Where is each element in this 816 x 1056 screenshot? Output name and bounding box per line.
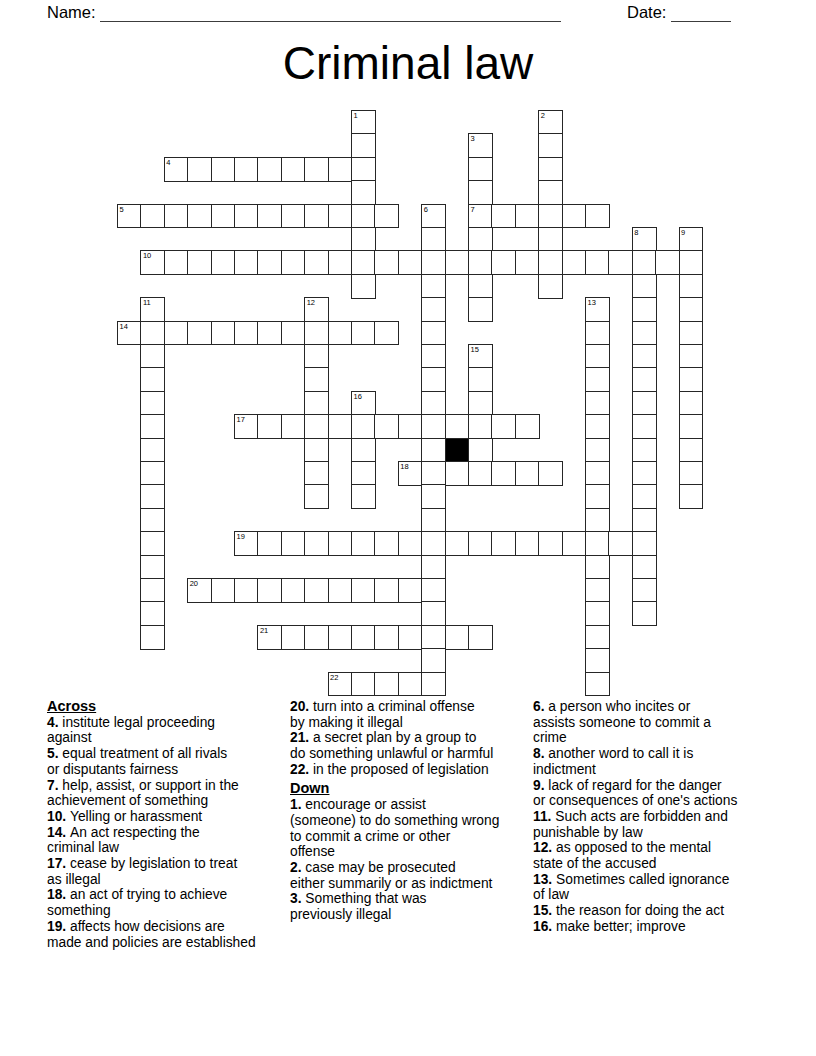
grid-cell[interactable] [632, 461, 657, 486]
grid-cell[interactable] [679, 391, 704, 416]
grid-cell[interactable] [632, 274, 657, 299]
grid-cell[interactable] [304, 438, 329, 463]
down-header: Down [290, 781, 530, 797]
grid-cell[interactable] [538, 180, 563, 205]
grid-cell[interactable] [351, 625, 376, 650]
grid-cell[interactable] [538, 204, 563, 229]
grid-cell[interactable] [304, 391, 329, 416]
grid-cell[interactable] [211, 204, 236, 229]
grid-cell[interactable] [257, 157, 282, 182]
grid-cell[interactable] [421, 297, 446, 322]
grid-cell[interactable] [351, 438, 376, 463]
grid-cell[interactable] [632, 484, 657, 509]
grid-cell[interactable] [585, 601, 610, 626]
grid-cell[interactable] [257, 531, 282, 556]
grid-cell[interactable] [328, 625, 353, 650]
grid-cell[interactable] [421, 578, 446, 603]
grid-cell[interactable] [421, 555, 446, 580]
grid-cell[interactable] [374, 672, 399, 697]
grid-cell[interactable] [679, 484, 704, 509]
grid-cell[interactable] [211, 157, 236, 182]
grid-cell[interactable]: 7 [468, 204, 493, 229]
clue-text: institute legal proceeding against [47, 715, 215, 746]
grid-cell[interactable] [421, 601, 446, 626]
grid-cell[interactable]: 3 [468, 133, 493, 158]
grid-cell[interactable] [538, 133, 563, 158]
cell-number-14: 14 [120, 322, 128, 331]
grid-cell[interactable] [281, 250, 306, 275]
grid-cell[interactable] [374, 204, 399, 229]
clue-number-label: 2. [290, 860, 305, 875]
grid-cell[interactable] [468, 157, 493, 182]
grid-cell[interactable] [140, 555, 165, 580]
grid-cell[interactable] [468, 297, 493, 322]
cell-number-21: 21 [260, 626, 268, 635]
grid-cell[interactable] [421, 321, 446, 346]
grid-cell[interactable] [679, 321, 704, 346]
grid-cell[interactable] [632, 391, 657, 416]
clue-text: in the proposed of legislation [313, 762, 489, 777]
cell-number-5: 5 [120, 205, 124, 214]
grid-cell[interactable]: 17 [234, 414, 259, 439]
grid-cell[interactable] [374, 625, 399, 650]
grid-cell[interactable] [398, 578, 423, 603]
clue-text: affects how decisions are made and polic… [47, 919, 256, 950]
grid-cell[interactable] [632, 250, 657, 275]
clue-column-2: 20. turn into a criminal offense by maki… [290, 699, 530, 923]
across-header: Across [47, 699, 285, 715]
cell-number-7: 7 [471, 205, 475, 214]
grid-cell[interactable] [164, 321, 189, 346]
grid-cell[interactable] [562, 250, 587, 275]
grid-cell[interactable] [515, 414, 540, 439]
grid-cell[interactable] [491, 461, 516, 486]
grid-cell[interactable] [585, 321, 610, 346]
grid-cell[interactable] [421, 250, 446, 275]
grid-cell[interactable] [140, 601, 165, 626]
clue-number-label: 8. [533, 746, 548, 761]
grid-cell[interactable] [351, 180, 376, 205]
grid-cell[interactable] [468, 625, 493, 650]
date-blank-line[interactable] [671, 3, 731, 22]
clue-number-label: 18. [47, 887, 70, 902]
grid-cell[interactable] [585, 648, 610, 673]
grid-cell[interactable] [515, 531, 540, 556]
grid-cell[interactable] [234, 157, 259, 182]
grid-cell[interactable] [468, 461, 493, 486]
grid-cell[interactable]: 13 [585, 297, 610, 322]
cell-number-3: 3 [471, 134, 475, 143]
cell-number-16: 16 [354, 392, 362, 401]
grid-cell[interactable] [632, 344, 657, 369]
grid-cell[interactable] [468, 180, 493, 205]
grid-cell[interactable] [374, 578, 399, 603]
clue-down-15: 15. the reason for doing the act [533, 903, 776, 919]
grid-cell[interactable]: 1 [351, 110, 376, 135]
grid-cell[interactable] [608, 531, 633, 556]
grid-cell[interactable] [351, 578, 376, 603]
grid-cell[interactable] [421, 438, 446, 463]
cell-number-11: 11 [143, 298, 151, 307]
clue-text: another word to call it is indictment [533, 746, 693, 777]
grid-cell[interactable] [281, 204, 306, 229]
cell-number-8: 8 [634, 228, 638, 237]
grid-cell[interactable]: 8 [632, 227, 657, 252]
grid-cell[interactable] [398, 672, 423, 697]
clue-across-4: 4. institute legal proceeding against [47, 715, 285, 746]
grid-cell[interactable] [211, 321, 236, 346]
clue-across-20: 20. turn into a criminal offense by maki… [290, 699, 530, 730]
grid-cell[interactable] [398, 625, 423, 650]
grid-cell[interactable] [421, 391, 446, 416]
grid-cell[interactable] [304, 250, 329, 275]
grid-cell[interactable] [421, 508, 446, 533]
grid-cell[interactable] [304, 414, 329, 439]
grid-cell[interactable]: 6 [421, 204, 446, 229]
clue-number-label: 10. [47, 809, 70, 824]
grid-cell[interactable]: 18 [398, 461, 423, 486]
grid-cell[interactable] [328, 204, 353, 229]
grid-cell[interactable] [468, 531, 493, 556]
grid-cell[interactable] [398, 250, 423, 275]
grid-cell[interactable] [374, 531, 399, 556]
grid-cell[interactable] [328, 157, 353, 182]
grid-cell[interactable] [187, 250, 212, 275]
grid-cell[interactable] [538, 274, 563, 299]
clue-number-label: 19. [47, 919, 70, 934]
grid-cell[interactable] [632, 414, 657, 439]
clue-across-7: 7. help, assist, or support in the achie… [47, 778, 285, 809]
cell-number-13: 13 [588, 298, 596, 307]
clue-down-12: 12. as opposed to the mental state of th… [533, 840, 776, 871]
grid-cell[interactable] [257, 250, 282, 275]
grid-cell[interactable] [421, 625, 446, 650]
grid-cell[interactable] [679, 367, 704, 392]
clue-number-label: 14. [47, 825, 70, 840]
clue-number-label: 9. [533, 778, 548, 793]
grid-cell[interactable] [398, 531, 423, 556]
cell-number-22: 22 [330, 673, 338, 682]
cell-number-2: 2 [541, 111, 545, 120]
grid-cell[interactable] [281, 321, 306, 346]
grid-cell[interactable] [632, 508, 657, 533]
grid-cell[interactable] [351, 157, 376, 182]
clue-down-11: 11. Such acts are forbidden and punishab… [533, 809, 776, 840]
grid-cell[interactable] [140, 344, 165, 369]
cell-number-4: 4 [166, 158, 170, 167]
grid-cell[interactable] [679, 297, 704, 322]
grid-cell[interactable]: 2 [538, 110, 563, 135]
grid-cell[interactable] [585, 672, 610, 697]
grid-cell[interactable] [304, 578, 329, 603]
grid-cell[interactable] [421, 461, 446, 486]
grid-cell[interactable] [585, 461, 610, 486]
grid-cell[interactable] [632, 438, 657, 463]
grid-cell[interactable] [374, 250, 399, 275]
grid-cell[interactable] [515, 250, 540, 275]
clue-down-2: 2. case may be prosecuted either summari… [290, 860, 530, 891]
grid-cell[interactable] [257, 578, 282, 603]
grid-cell[interactable] [679, 438, 704, 463]
grid-cell[interactable] [585, 344, 610, 369]
grid-cell[interactable] [445, 461, 470, 486]
clue-across-18: 18. an act of trying to achieve somethin… [47, 887, 285, 918]
grid-cell[interactable] [328, 531, 353, 556]
grid-cell[interactable] [281, 157, 306, 182]
grid-cell[interactable] [468, 438, 493, 463]
grid-cell[interactable] [140, 204, 165, 229]
grid-cell[interactable] [421, 367, 446, 392]
grid-cell[interactable] [140, 578, 165, 603]
grid-cell[interactable] [281, 531, 306, 556]
cell-number-15: 15 [471, 345, 479, 354]
clue-number-label: 13. [533, 872, 556, 887]
grid-cell[interactable] [585, 578, 610, 603]
grid-cell[interactable] [304, 157, 329, 182]
grid-cell[interactable] [211, 578, 236, 603]
clue-number-label: 1. [290, 797, 305, 812]
grid-cell[interactable] [468, 274, 493, 299]
worksheet-page: Name: Date: Criminal law 123456789101112… [0, 0, 816, 1056]
clue-down-13: 13. Sometimes called ignorance of law [533, 872, 776, 903]
grid-cell[interactable] [585, 555, 610, 580]
grid-cell[interactable] [515, 461, 540, 486]
grid-cell[interactable] [304, 531, 329, 556]
grid-cell[interactable]: 21 [257, 625, 282, 650]
grid-cell[interactable] [421, 484, 446, 509]
grid-cell[interactable]: 5 [117, 204, 142, 229]
grid-cell[interactable] [421, 414, 446, 439]
grid-cell[interactable]: 9 [679, 227, 704, 252]
grid-cell[interactable] [679, 250, 704, 275]
clue-text: as opposed to the mental state of the ac… [533, 840, 711, 871]
cell-number-10: 10 [143, 251, 151, 260]
grid-cell[interactable] [304, 461, 329, 486]
grid-cell[interactable] [281, 414, 306, 439]
grid-cell[interactable] [140, 484, 165, 509]
grid-cell[interactable] [374, 414, 399, 439]
grid-cell[interactable] [304, 625, 329, 650]
grid-cell[interactable] [445, 250, 470, 275]
grid-cell[interactable]: 20 [187, 578, 212, 603]
grid-cell[interactable] [585, 414, 610, 439]
grid-cell[interactable]: 15 [468, 344, 493, 369]
grid-cell[interactable] [351, 133, 376, 158]
grid-cell[interactable] [211, 250, 236, 275]
grid-cell[interactable] [140, 321, 165, 346]
grid-cell[interactable] [187, 204, 212, 229]
grid-cell[interactable] [304, 321, 329, 346]
grid-cell[interactable] [328, 414, 353, 439]
grid-cell[interactable] [140, 391, 165, 416]
cell-number-17: 17 [237, 415, 245, 424]
grid-cell[interactable] [234, 321, 259, 346]
grid-cell[interactable] [281, 578, 306, 603]
grid-cell[interactable] [585, 484, 610, 509]
grid-cell[interactable] [538, 227, 563, 252]
clue-text: Such acts are forbidden and punishable b… [533, 809, 728, 840]
grid-cell[interactable] [585, 391, 610, 416]
grid-cell[interactable] [632, 601, 657, 626]
clue-down-8: 8. another word to call it is indictment [533, 746, 776, 777]
clue-number-label: 3. [290, 891, 305, 906]
clue-text: a person who incites or assists someone … [533, 699, 711, 745]
grid-cell[interactable] [304, 367, 329, 392]
grid-cell[interactable] [234, 250, 259, 275]
grid-cell[interactable] [164, 250, 189, 275]
grid-cell[interactable] [632, 555, 657, 580]
grid-cell[interactable] [351, 204, 376, 229]
clue-text: An act respecting the criminal law [47, 825, 200, 856]
grid-cell[interactable]: 22 [328, 672, 353, 697]
grid-cell[interactable] [421, 227, 446, 252]
grid-cell[interactable] [632, 321, 657, 346]
name-blank-line[interactable] [100, 3, 561, 22]
grid-cell[interactable] [491, 250, 516, 275]
grid-cell[interactable] [679, 344, 704, 369]
grid-cell[interactable] [608, 250, 633, 275]
clue-text: Yelling or harassment [70, 809, 202, 824]
clue-text: Sometimes called ignorance of law [533, 872, 729, 903]
grid-cell[interactable] [585, 367, 610, 392]
cell-number-6: 6 [424, 205, 428, 214]
clue-text: the reason for doing the act [556, 903, 724, 918]
clue-text: make better; improve [556, 919, 686, 934]
grid-cell[interactable] [421, 531, 446, 556]
cell-number-1: 1 [354, 111, 358, 120]
grid-cell[interactable] [491, 414, 516, 439]
grid-cell[interactable]: 4 [164, 157, 189, 182]
clue-text: help, assist, or support in the achievem… [47, 778, 239, 809]
grid-cell[interactable] [328, 578, 353, 603]
grid-cell[interactable] [187, 321, 212, 346]
grid-cell[interactable] [421, 344, 446, 369]
grid-cell[interactable] [679, 461, 704, 486]
grid-cell[interactable]: 10 [140, 250, 165, 275]
grid-cell[interactable] [351, 531, 376, 556]
grid-cell[interactable] [491, 204, 516, 229]
grid-cell[interactable] [351, 250, 376, 275]
grid-cell[interactable] [468, 414, 493, 439]
grid-cell[interactable] [421, 648, 446, 673]
grid-cell[interactable] [140, 414, 165, 439]
grid-cell[interactable] [328, 321, 353, 346]
grid-cell[interactable] [585, 204, 610, 229]
grid-cell[interactable] [234, 204, 259, 229]
grid-cell[interactable] [351, 672, 376, 697]
grid-cell[interactable] [562, 531, 587, 556]
grid-cell[interactable] [351, 274, 376, 299]
grid-cell[interactable] [585, 531, 610, 556]
clue-across-21: 21. a secret plan by a group to do somet… [290, 730, 530, 761]
grid-cell[interactable] [421, 274, 446, 299]
grid-cell[interactable] [304, 204, 329, 229]
grid-cell[interactable] [468, 391, 493, 416]
clue-down-3: 3. Something that was previously illegal [290, 891, 530, 922]
grid-cell[interactable] [421, 672, 446, 697]
grid-cell[interactable] [468, 250, 493, 275]
grid-cell[interactable] [562, 204, 587, 229]
grid-cell[interactable] [281, 625, 306, 650]
grid-cell[interactable] [585, 250, 610, 275]
grid-cell[interactable] [351, 414, 376, 439]
grid-cell[interactable] [632, 531, 657, 556]
grid-cell[interactable] [679, 274, 704, 299]
clue-text: equal treatment of all rivals or disputa… [47, 746, 227, 777]
grid-cell[interactable] [140, 367, 165, 392]
grid-cell[interactable] [679, 414, 704, 439]
grid-cell[interactable] [585, 625, 610, 650]
grid-cell[interactable] [164, 204, 189, 229]
grid-cell[interactable] [257, 321, 282, 346]
clue-number-label: 22. [290, 762, 313, 777]
grid-cell[interactable] [257, 204, 282, 229]
grid-cell[interactable] [351, 484, 376, 509]
puzzle-title: Criminal law [0, 36, 816, 90]
grid-cell[interactable] [351, 461, 376, 486]
grid-cell[interactable] [468, 227, 493, 252]
grid-cell[interactable] [515, 204, 540, 229]
grid-cell[interactable] [445, 414, 470, 439]
grid-cell[interactable] [585, 438, 610, 463]
clue-text: Something that was previously illegal [290, 891, 427, 922]
grid-cell[interactable] [538, 531, 563, 556]
grid-cell[interactable]: 19 [234, 531, 259, 556]
grid-cell[interactable] [257, 414, 282, 439]
cell-number-19: 19 [237, 532, 245, 541]
name-label: Name: [47, 3, 96, 22]
cell-number-20: 20 [190, 579, 198, 588]
grid-cell[interactable] [140, 461, 165, 486]
grid-cell[interactable] [374, 321, 399, 346]
grid-cell[interactable] [538, 461, 563, 486]
grid-cell[interactable] [140, 531, 165, 556]
grid-cell[interactable] [140, 625, 165, 650]
clue-text: case may be prosecuted either summarily … [290, 860, 492, 891]
grid-cell[interactable] [304, 344, 329, 369]
grid-cell[interactable] [398, 414, 423, 439]
clue-across-5: 5. equal treatment of all rivals or disp… [47, 746, 285, 777]
grid-cell[interactable] [655, 250, 680, 275]
grid-cell[interactable] [491, 531, 516, 556]
grid-cell[interactable] [538, 250, 563, 275]
grid-cell[interactable] [632, 297, 657, 322]
grid-cell[interactable] [632, 367, 657, 392]
grid-cell[interactable] [445, 625, 470, 650]
clue-down-9: 9. lack of regard for the danger or cons… [533, 778, 776, 809]
grid-cell[interactable] [632, 578, 657, 603]
grid-cell[interactable]: 11 [140, 297, 165, 322]
grid-cell[interactable] [140, 508, 165, 533]
grid-cell[interactable] [328, 250, 353, 275]
grid-cell[interactable] [351, 227, 376, 252]
grid-cell[interactable] [187, 157, 212, 182]
grid-cell[interactable] [585, 508, 610, 533]
grid-cell[interactable]: 12 [304, 297, 329, 322]
grid-cell[interactable]: 16 [351, 391, 376, 416]
grid-cell[interactable] [140, 438, 165, 463]
clue-number-label: 20. [290, 699, 313, 714]
black-cell [445, 438, 470, 463]
grid-cell[interactable] [445, 531, 470, 556]
grid-cell[interactable] [351, 321, 376, 346]
grid-cell[interactable] [468, 367, 493, 392]
grid-cell[interactable]: 14 [117, 321, 142, 346]
clue-across-14: 14. An act respecting the criminal law [47, 825, 285, 856]
grid-cell[interactable] [538, 157, 563, 182]
grid-cell[interactable] [304, 484, 329, 509]
grid-cell[interactable] [234, 578, 259, 603]
